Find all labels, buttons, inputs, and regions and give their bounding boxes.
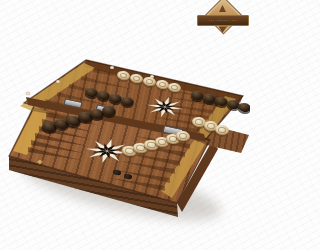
checker-cream bbox=[142, 75, 156, 86]
bone-dot-inlay bbox=[110, 66, 114, 69]
logo-banner: ·‧· ‧··‧·‧· ·‧· bbox=[197, 15, 249, 26]
checker-dark bbox=[84, 86, 98, 97]
checker-dark bbox=[202, 92, 216, 103]
hinge-plate bbox=[63, 98, 82, 109]
bone-dot-inlay bbox=[26, 92, 30, 95]
checker-cream bbox=[155, 78, 169, 89]
checker-dark bbox=[120, 95, 134, 106]
checker-cream bbox=[214, 124, 230, 136]
checker-dark bbox=[214, 95, 228, 106]
front-clasp bbox=[113, 169, 122, 176]
brass-diamond-inlay bbox=[37, 160, 43, 165]
checker-dark bbox=[96, 89, 110, 100]
logo-banner-text: ·‧· ‧··‧·‧· ·‧· bbox=[209, 18, 237, 23]
brand-logo-badge: ·‧· ‧··‧·‧· ·‧· bbox=[197, 2, 247, 40]
checker-cream bbox=[129, 72, 143, 83]
checker-dark bbox=[190, 89, 204, 100]
checker-cream bbox=[116, 69, 130, 80]
checker-dark bbox=[108, 92, 122, 103]
checker-cream bbox=[167, 81, 181, 92]
front-clasp bbox=[124, 173, 133, 180]
star-inlay bbox=[141, 94, 188, 120]
checker-dark bbox=[237, 101, 250, 112]
product-photo-backgammon: { "game": "backgammon", "scene": { "desc… bbox=[0, 0, 250, 250]
bone-dot-inlay bbox=[56, 80, 60, 83]
